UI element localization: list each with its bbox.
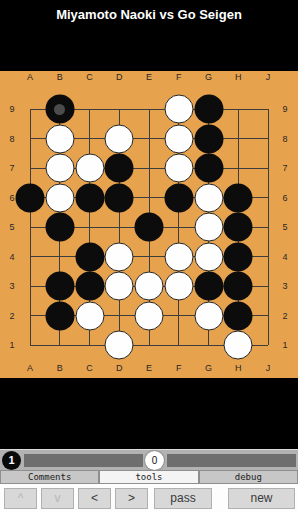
- move-slider[interactable]: 1 0: [0, 449, 298, 470]
- coordinate-label: 1: [282, 340, 287, 350]
- stone-black[interactable]: [224, 272, 253, 301]
- tab-comments[interactable]: Comments: [0, 470, 99, 484]
- stone-white[interactable]: [194, 213, 223, 242]
- tab-tools[interactable]: tools: [99, 470, 198, 484]
- coordinate-label: 5: [282, 222, 287, 232]
- coordinate-label: G: [205, 363, 212, 373]
- stone-white[interactable]: [75, 154, 104, 183]
- coordinate-label: 3: [9, 281, 14, 291]
- stone-black[interactable]: [45, 272, 74, 301]
- coordinate-label: G: [205, 72, 212, 82]
- coordinate-label: B: [57, 363, 63, 373]
- app-screen: Miyamoto Naoki vs Go Seigen AABBCCDDEEFF…: [0, 0, 298, 512]
- stone-black[interactable]: [224, 242, 253, 271]
- stone-black[interactable]: [16, 183, 45, 212]
- page-title: Miyamoto Naoki vs Go Seigen: [56, 7, 242, 22]
- coordinate-label: C: [86, 363, 93, 373]
- coordinate-label: D: [116, 72, 123, 82]
- coordinate-label: 5: [9, 222, 14, 232]
- stone-black[interactable]: [194, 124, 223, 153]
- stone-white[interactable]: [105, 242, 134, 271]
- previous-move-button[interactable]: <: [78, 488, 111, 509]
- stone-white[interactable]: [105, 331, 134, 360]
- coordinate-label: 9: [282, 104, 287, 114]
- coordinate-label: F: [176, 363, 182, 373]
- coordinate-label: H: [235, 363, 242, 373]
- tab-debug[interactable]: debug: [199, 470, 298, 484]
- coordinate-label: 6: [282, 193, 287, 203]
- pass-button[interactable]: pass: [154, 488, 212, 509]
- stone-black[interactable]: [224, 183, 253, 212]
- stone-white[interactable]: [224, 331, 253, 360]
- coordinate-label: A: [27, 363, 33, 373]
- stone-black[interactable]: [105, 154, 134, 183]
- go-board[interactable]: AABBCCDDEEFFGGHHJJ998877665544332211: [0, 71, 298, 378]
- coordinate-label: B: [57, 72, 63, 82]
- stone-white[interactable]: [194, 242, 223, 271]
- up-button[interactable]: ^: [4, 488, 37, 509]
- stone-black[interactable]: [164, 183, 193, 212]
- stone-white[interactable]: [164, 95, 193, 124]
- coordinate-label: 4: [282, 252, 287, 262]
- stone-white[interactable]: [164, 272, 193, 301]
- stone-white[interactable]: [45, 124, 74, 153]
- stone-white[interactable]: [135, 301, 164, 330]
- coordinate-label: D: [116, 363, 123, 373]
- stone-black[interactable]: [105, 183, 134, 212]
- stone-black[interactable]: [194, 272, 223, 301]
- coordinate-label: 7: [282, 163, 287, 173]
- coordinate-label: 2: [282, 311, 287, 321]
- coordinate-label: C: [86, 72, 93, 82]
- stone-black[interactable]: [194, 154, 223, 183]
- title-bar: Miyamoto Naoki vs Go Seigen: [0, 0, 298, 30]
- down-button[interactable]: v: [41, 488, 74, 509]
- coordinate-label: 9: [9, 104, 14, 114]
- new-game-button[interactable]: new: [228, 488, 295, 509]
- slider-handle[interactable]: 0: [145, 451, 164, 470]
- stone-white[interactable]: [164, 242, 193, 271]
- stone-white[interactable]: [164, 124, 193, 153]
- coordinate-label: H: [235, 72, 242, 82]
- coordinate-label: E: [146, 72, 152, 82]
- coordinate-label: 1: [9, 340, 14, 350]
- stone-white[interactable]: [45, 154, 74, 183]
- tab-bar: Comments tools debug: [0, 470, 298, 484]
- stone-black[interactable]: [45, 213, 74, 242]
- next-move-button[interactable]: >: [115, 488, 148, 509]
- button-bar: ^ v < > pass new: [0, 484, 298, 512]
- grid-line: [268, 109, 269, 345]
- coordinate-label: 8: [9, 134, 14, 144]
- stone-black[interactable]: [224, 301, 253, 330]
- coordinate-label: A: [27, 72, 33, 82]
- move-number-badge: 1: [2, 451, 21, 470]
- coordinate-label: 2: [9, 311, 14, 321]
- stone-black[interactable]: [45, 95, 74, 124]
- coordinate-label: J: [266, 72, 271, 82]
- stone-black[interactable]: [75, 183, 104, 212]
- stone-white[interactable]: [105, 124, 134, 153]
- coordinate-label: 6: [9, 193, 14, 203]
- coordinate-label: F: [176, 72, 182, 82]
- stone-white[interactable]: [135, 272, 164, 301]
- stone-black[interactable]: [135, 213, 164, 242]
- stone-white[interactable]: [75, 301, 104, 330]
- stone-black[interactable]: [45, 301, 74, 330]
- coordinate-label: 3: [282, 281, 287, 291]
- slider-track-right[interactable]: [167, 454, 296, 467]
- coordinate-label: 4: [9, 252, 14, 262]
- stone-white[interactable]: [164, 154, 193, 183]
- stone-white[interactable]: [194, 301, 223, 330]
- coordinate-label: 7: [9, 163, 14, 173]
- stone-black[interactable]: [75, 272, 104, 301]
- coordinate-label: J: [266, 363, 271, 373]
- coordinate-label: 8: [282, 134, 287, 144]
- last-move-marker: [54, 104, 65, 115]
- stone-black[interactable]: [194, 95, 223, 124]
- stone-black[interactable]: [75, 242, 104, 271]
- stone-black[interactable]: [224, 213, 253, 242]
- stone-white[interactable]: [105, 272, 134, 301]
- stone-white[interactable]: [45, 183, 74, 212]
- coordinate-label: E: [146, 363, 152, 373]
- stone-white[interactable]: [194, 183, 223, 212]
- slider-track-left[interactable]: [24, 454, 143, 467]
